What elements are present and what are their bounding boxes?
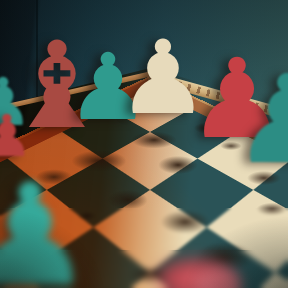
teal-pawn-right-edge[interactable]: ♟ <box>232 72 288 170</box>
chess-scene: ♟♟♝♟♟♟♟♟ <box>0 0 288 288</box>
depth-of-field-blur-strong <box>0 250 288 288</box>
